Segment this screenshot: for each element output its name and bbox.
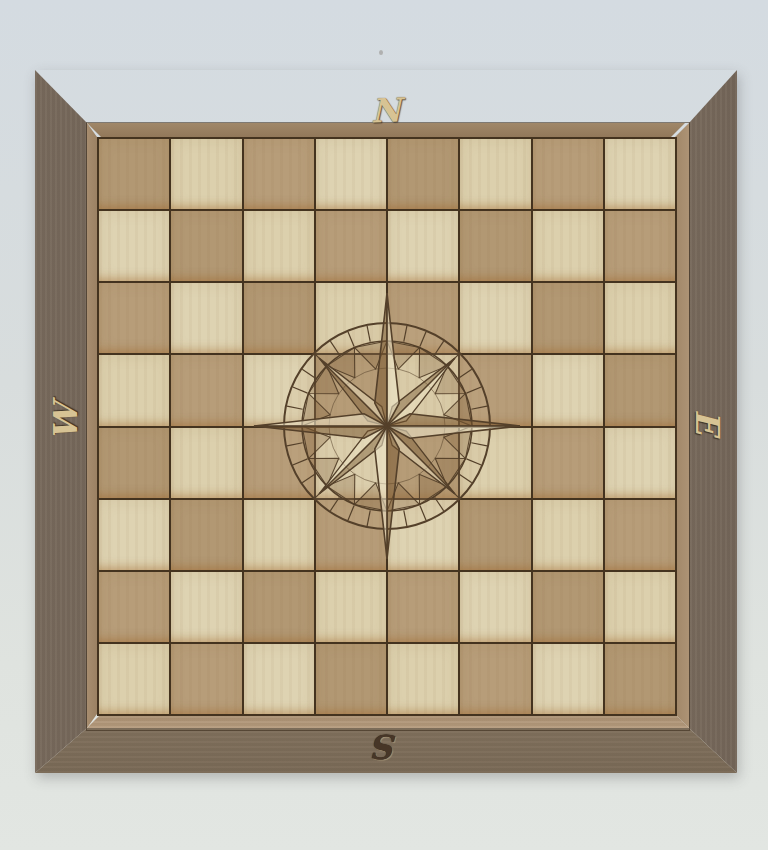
square-c5[interactable] (244, 355, 314, 425)
square-b7[interactable] (171, 211, 241, 281)
square-g1[interactable] (533, 644, 603, 714)
square-c6[interactable] (244, 283, 314, 353)
square-e3[interactable] (388, 500, 458, 570)
square-a4[interactable] (99, 428, 169, 498)
compass-label-south: S (374, 730, 398, 763)
square-d5[interactable] (316, 355, 386, 425)
square-f5[interactable] (460, 355, 530, 425)
square-d3[interactable] (316, 500, 386, 570)
square-b1[interactable] (171, 644, 241, 714)
square-a5[interactable] (99, 355, 169, 425)
square-b8[interactable] (171, 139, 241, 209)
wall-background: N E S W (0, 0, 768, 850)
square-c2[interactable] (244, 572, 314, 642)
square-e4[interactable] (388, 428, 458, 498)
square-b2[interactable] (171, 572, 241, 642)
square-d1[interactable] (316, 644, 386, 714)
square-e1[interactable] (388, 644, 458, 714)
square-h2[interactable] (605, 572, 675, 642)
square-e8[interactable] (388, 139, 458, 209)
square-f7[interactable] (460, 211, 530, 281)
square-h5[interactable] (605, 355, 675, 425)
square-h3[interactable] (605, 500, 675, 570)
square-g2[interactable] (533, 572, 603, 642)
square-e7[interactable] (388, 211, 458, 281)
square-a8[interactable] (99, 139, 169, 209)
square-h8[interactable] (605, 139, 675, 209)
square-a7[interactable] (99, 211, 169, 281)
squares-grid (99, 139, 675, 714)
square-d7[interactable] (316, 211, 386, 281)
square-b4[interactable] (171, 428, 241, 498)
inner-border-left (87, 123, 97, 728)
square-f2[interactable] (460, 572, 530, 642)
square-g4[interactable] (533, 428, 603, 498)
square-c1[interactable] (244, 644, 314, 714)
squares-area (97, 137, 677, 716)
square-d6[interactable] (316, 283, 386, 353)
compass-label-north: N (370, 93, 401, 127)
square-e5[interactable] (388, 355, 458, 425)
square-h6[interactable] (605, 283, 675, 353)
square-g7[interactable] (533, 211, 603, 281)
square-a1[interactable] (99, 644, 169, 714)
square-b5[interactable] (171, 355, 241, 425)
inner-border-right (675, 123, 689, 728)
square-g8[interactable] (533, 139, 603, 209)
square-c4[interactable] (244, 428, 314, 498)
square-h1[interactable] (605, 644, 675, 714)
compass-label-east: E (691, 409, 724, 434)
square-b3[interactable] (171, 500, 241, 570)
square-c7[interactable] (244, 211, 314, 281)
square-h7[interactable] (605, 211, 675, 281)
square-f6[interactable] (460, 283, 530, 353)
square-f8[interactable] (460, 139, 530, 209)
square-g6[interactable] (533, 283, 603, 353)
square-g3[interactable] (533, 500, 603, 570)
game-board: N E S W (35, 70, 737, 773)
square-d2[interactable] (316, 572, 386, 642)
square-f3[interactable] (460, 500, 530, 570)
square-d4[interactable] (316, 428, 386, 498)
square-b6[interactable] (171, 283, 241, 353)
square-a3[interactable] (99, 500, 169, 570)
square-e6[interactable] (388, 283, 458, 353)
square-f1[interactable] (460, 644, 530, 714)
square-a2[interactable] (99, 572, 169, 642)
square-e2[interactable] (388, 572, 458, 642)
compass-label-west: W (49, 403, 82, 440)
square-c3[interactable] (244, 500, 314, 570)
square-f4[interactable] (460, 428, 530, 498)
inner-border-bottom (87, 714, 689, 728)
square-d8[interactable] (316, 139, 386, 209)
wall-speck (379, 50, 383, 55)
square-h4[interactable] (605, 428, 675, 498)
square-c8[interactable] (244, 139, 314, 209)
square-g5[interactable] (533, 355, 603, 425)
square-a6[interactable] (99, 283, 169, 353)
